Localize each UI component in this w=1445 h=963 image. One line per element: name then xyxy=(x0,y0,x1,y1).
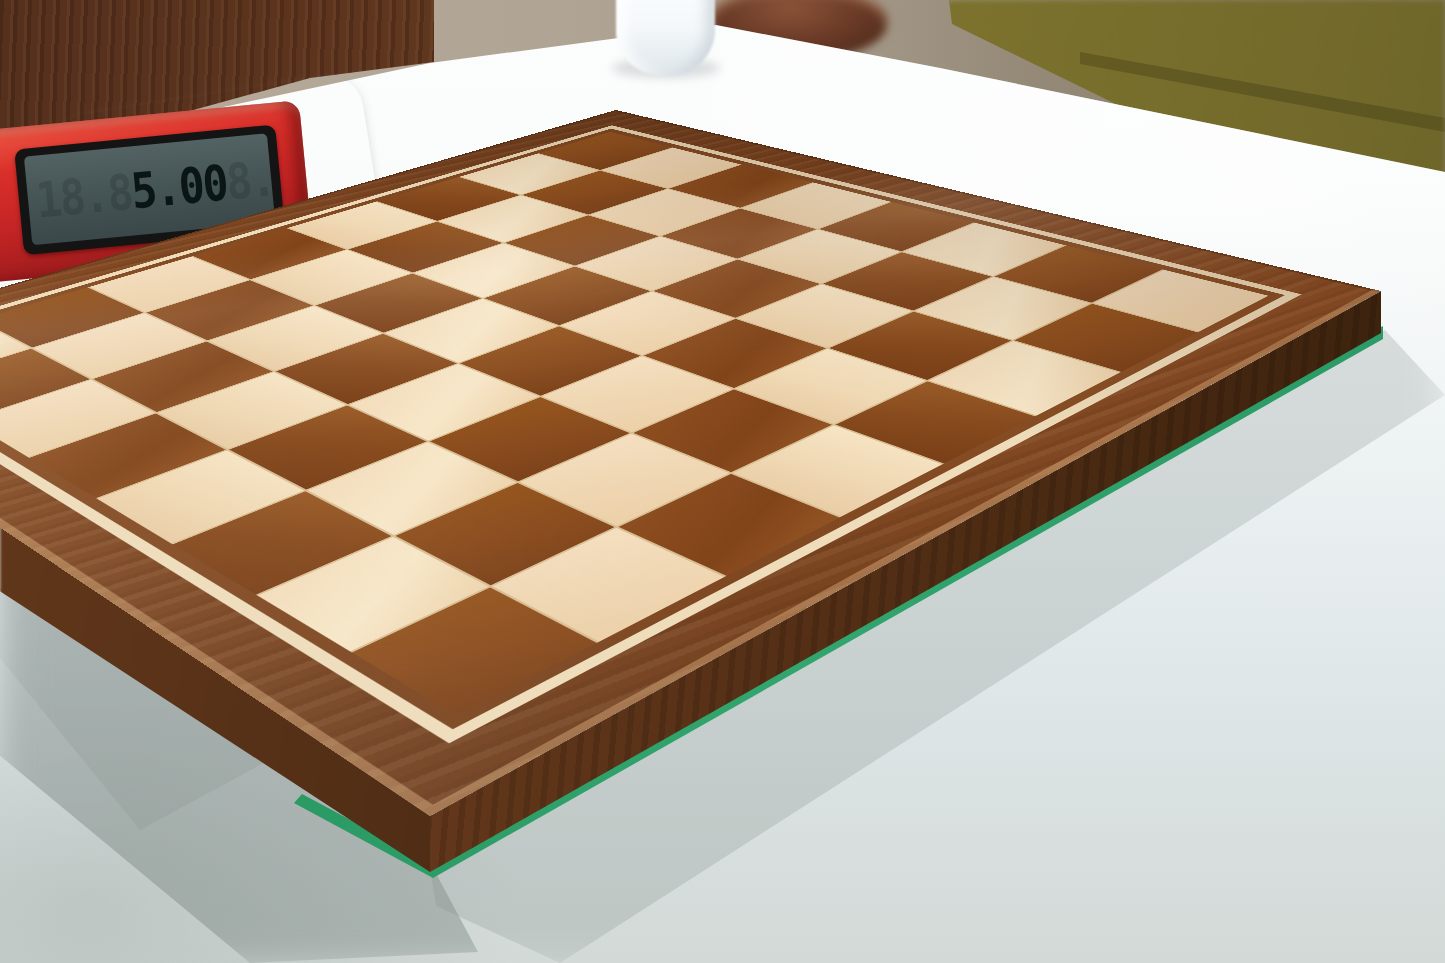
lcd-ghost-segments-left: 18.8 xyxy=(33,163,134,229)
scene: 18.8 5.00 8.8 5.00 8 xyxy=(0,0,1445,963)
clock-left-time: 5.00 xyxy=(129,154,230,220)
lcd-ghost-segments-mid: 8.8 xyxy=(224,147,276,211)
